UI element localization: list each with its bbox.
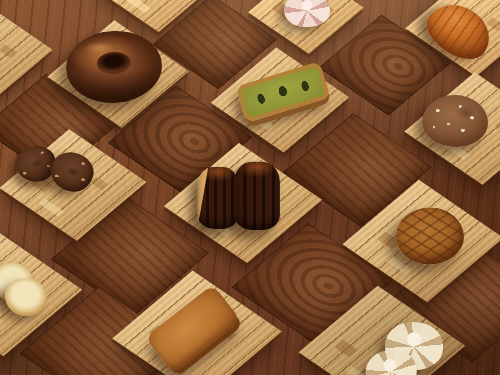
- piece-crinkle: [422, 95, 488, 147]
- piece-canele: [197, 167, 238, 229]
- piece-galette: [396, 208, 464, 265]
- piece-canele: [234, 162, 280, 231]
- dessert-checkerboard-photo: [0, 0, 500, 375]
